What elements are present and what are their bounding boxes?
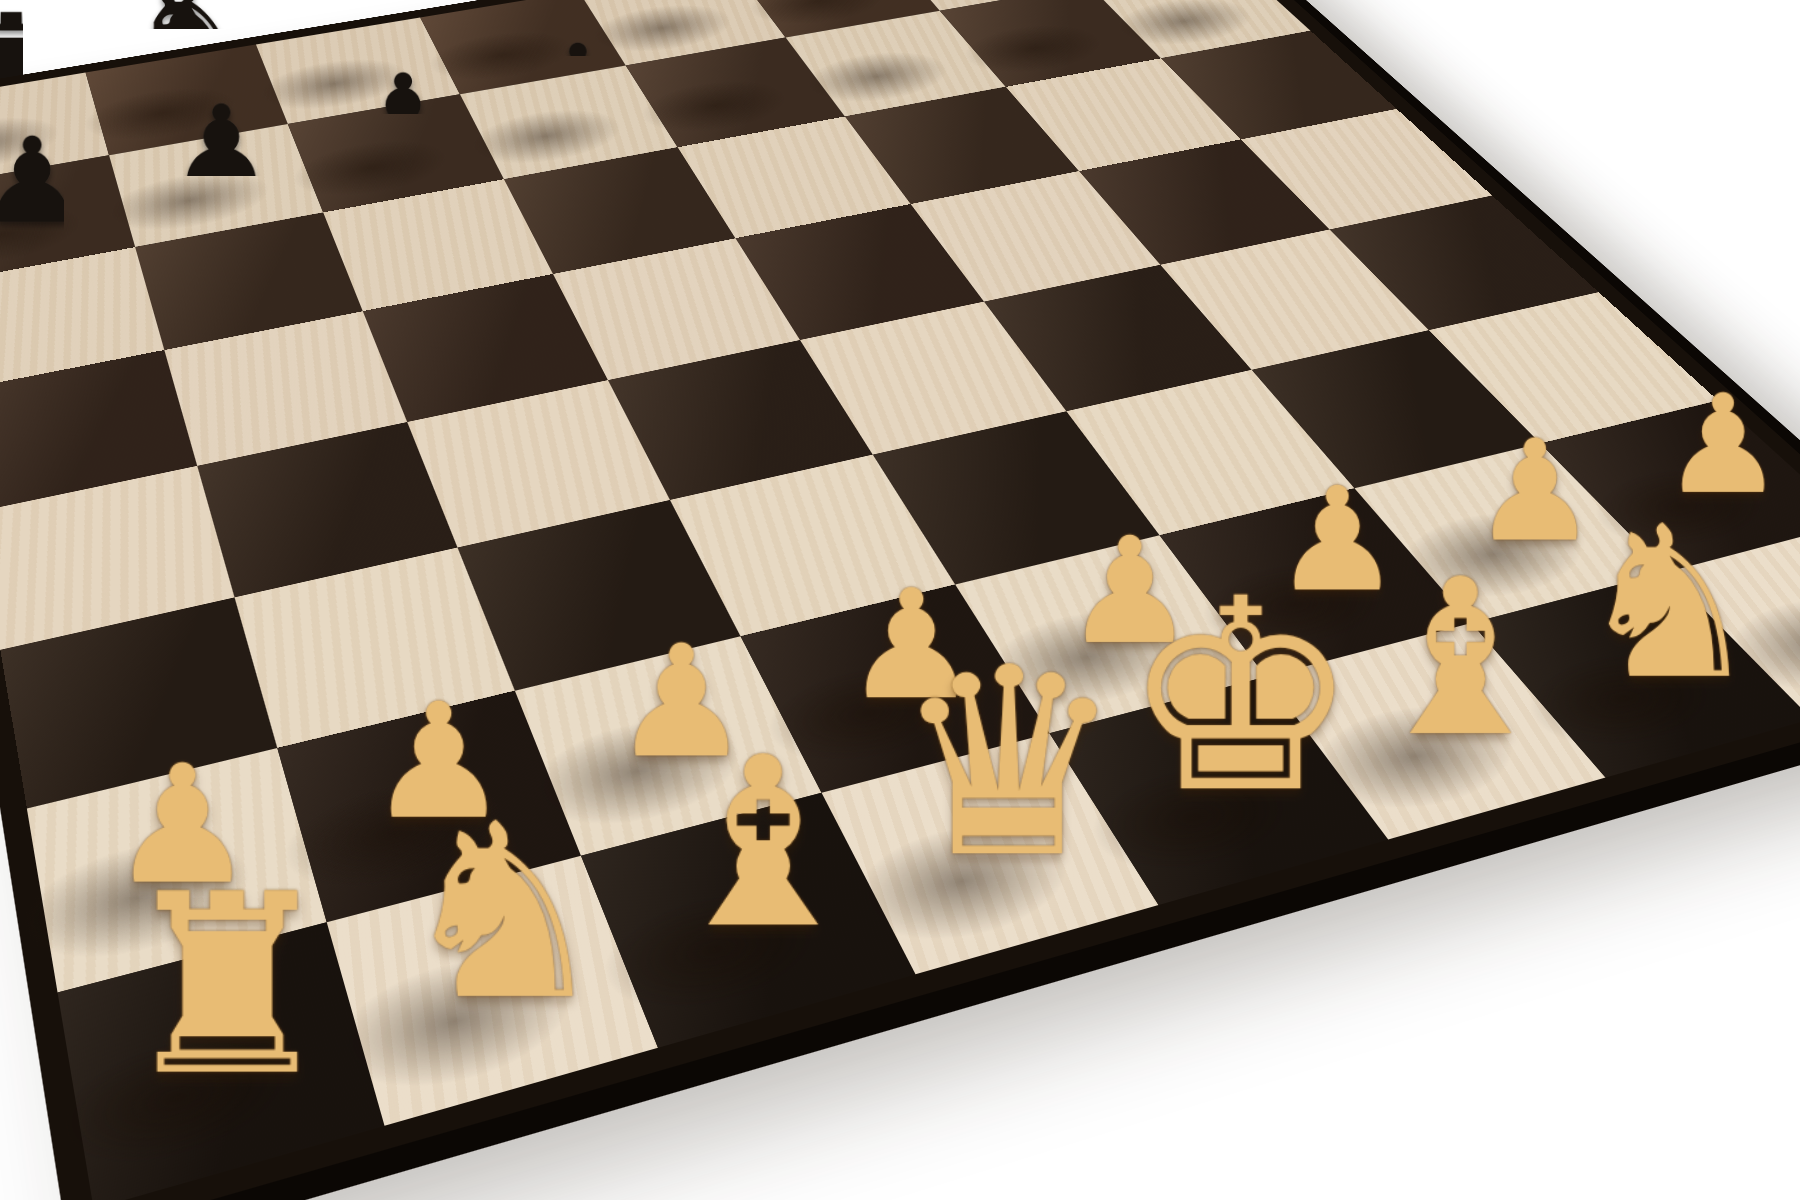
piece-glyph: ♛ — [892, 640, 1125, 887]
chessboard: ♜♞♝♛♚♝♞♜♟♟♟♟♟♟♟♟♟♟♟♟♟♟♟♟♜♞♝♛♚♝♞♜ — [0, 0, 1800, 1200]
piece-glyph: ♟ — [169, 94, 273, 204]
photo-scene: ♜♞♝♛♚♝♞♜♟♟♟♟♟♟♟♟♟♟♟♟♟♟♟♟♜♞♝♛♚♝♞♜ — [0, 0, 1800, 1200]
piece-glyph: ♝ — [1364, 557, 1557, 762]
piece-glyph: ♜ — [116, 868, 339, 1104]
piece-glyph: ♝ — [658, 733, 868, 955]
white-rook[interactable]: ♜ — [57, 749, 398, 1104]
piece-glyph: ♟ — [1168, 0, 1261, 24]
piece-glyph: ♟ — [528, 33, 628, 139]
piece-glyph: ♟ — [860, 0, 956, 79]
page: { "game": "chess", "scene": { "descripti… — [0, 0, 1800, 1200]
piece-glyph: ♟ — [1017, 0, 1111, 51]
square-c5[interactable] — [363, 274, 608, 422]
piece-glyph: ♟ — [352, 63, 454, 171]
piece-glyph: ♞ — [395, 799, 611, 1028]
black-pawn[interactable]: ♟ — [0, 2, 145, 238]
board-grid: ♜♞♝♛♚♝♞♜♟♟♟♟♟♟♟♟♟♟♟♟♟♟♟♟♜♞♝♛♚♝♞♜ — [0, 0, 1800, 1200]
piece-glyph: ♟ — [697, 5, 795, 109]
square-a1[interactable]: ♜ — [58, 922, 385, 1200]
piece-glyph: ♟ — [0, 126, 85, 238]
